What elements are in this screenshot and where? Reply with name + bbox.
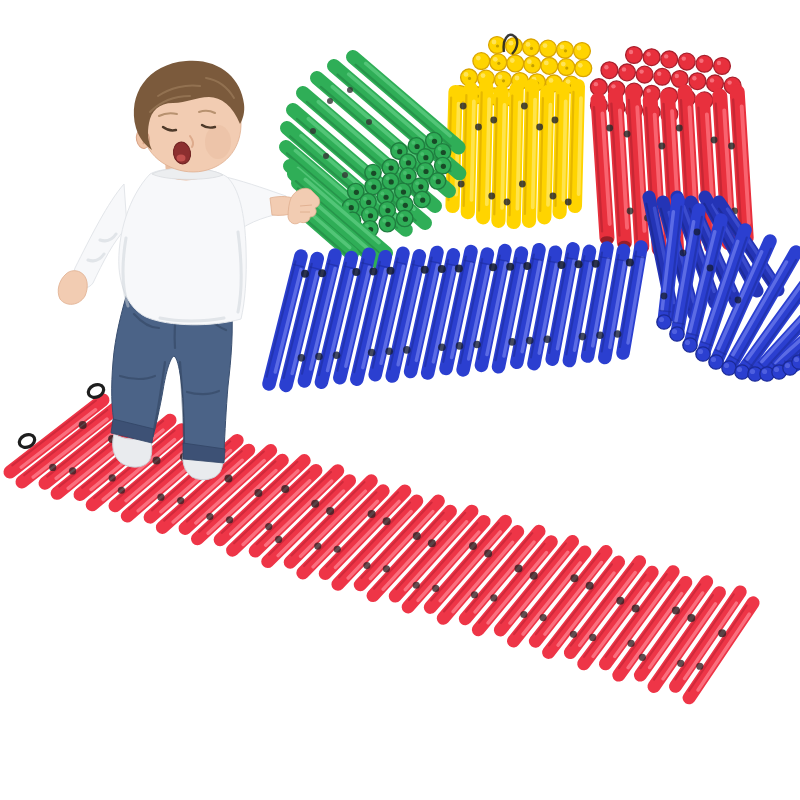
product-photo bbox=[0, 0, 800, 800]
cheek-shadow bbox=[205, 125, 231, 159]
toy-walking-path-scene bbox=[0, 0, 800, 800]
child-tongue bbox=[177, 155, 186, 162]
child-shirt bbox=[119, 168, 246, 324]
green-rod-bundle bbox=[286, 57, 459, 262]
yellow-rod-bundle bbox=[448, 35, 591, 222]
child-right-hand bbox=[58, 271, 87, 305]
